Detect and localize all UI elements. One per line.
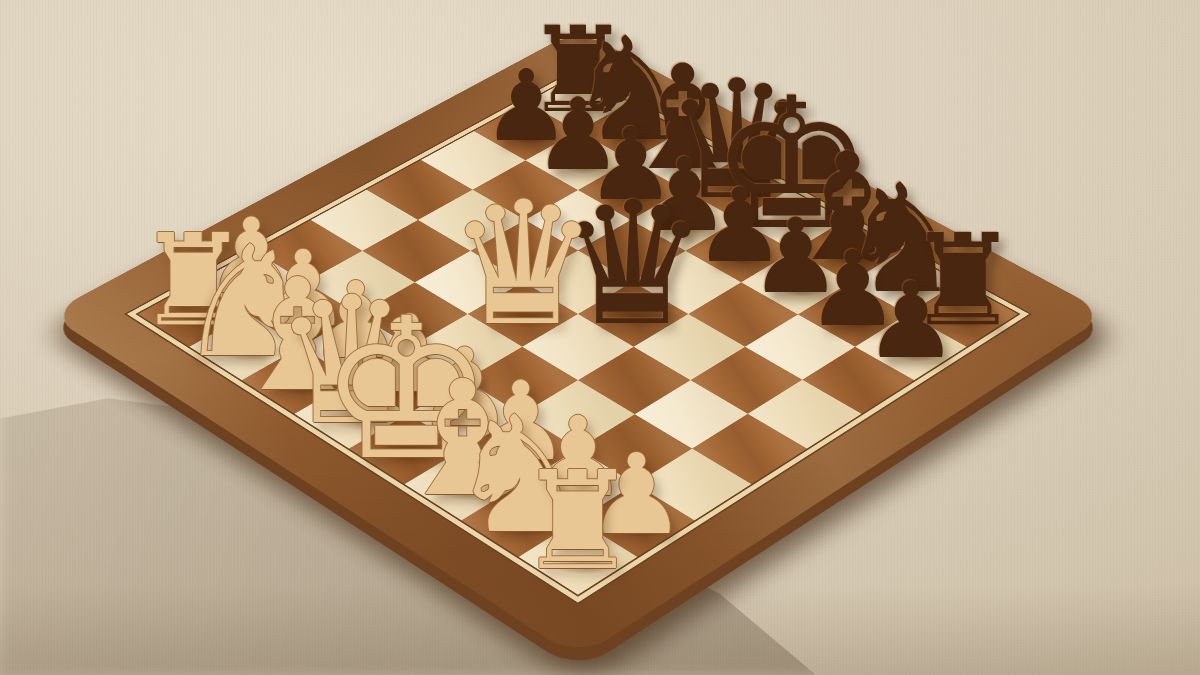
piece-black-pawn-h7[interactable]: ♟ xyxy=(864,269,959,375)
piece-white-rook-h1[interactable]: ♜ xyxy=(517,454,639,590)
pieces-layer: ♜♞♝♛♚♝♞♜♟♟♟♟♟♟♟♟♛♛♟♟♟♟♟♟♟♟♜♞♝♛♚♝♞♜ xyxy=(0,0,1200,675)
product-photo-scene: ♜♞♝♛♚♝♞♜♟♟♟♟♟♟♟♟♛♛♟♟♟♟♟♟♟♟♜♞♝♛♚♝♞♜ xyxy=(0,0,1200,675)
